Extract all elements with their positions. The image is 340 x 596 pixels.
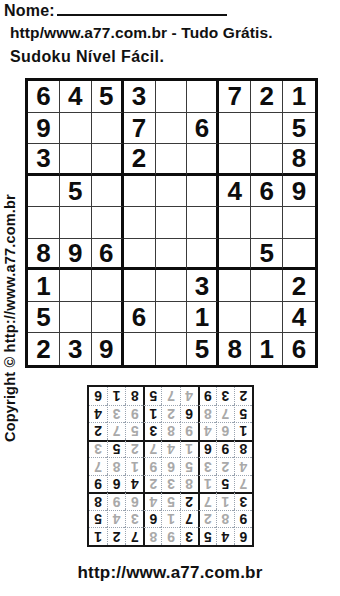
solution-cell-r3c7: 6 xyxy=(125,492,143,510)
puzzle-cell-r1c4: 3 xyxy=(124,81,156,113)
puzzle-cell-r2c5 xyxy=(156,113,188,145)
puzzle-cell-r8c4: 6 xyxy=(124,302,156,334)
puzzle-cell-r6c8: 5 xyxy=(251,239,283,271)
puzzle-cell-r5c4 xyxy=(124,207,156,239)
puzzle-cell-r7c5 xyxy=(156,270,188,302)
puzzle-cell-r8c8 xyxy=(251,302,283,334)
solution-cell-r5c6: 9 xyxy=(143,457,161,475)
puzzle-cell-r1c6 xyxy=(187,81,219,113)
solution-cell-r7c5: 8 xyxy=(161,422,179,440)
puzzle-cell-r6c3: 6 xyxy=(92,239,124,271)
puzzle-cell-r2c1: 9 xyxy=(28,113,60,145)
solution-cell-r4c9: 9 xyxy=(89,475,107,493)
solution-cell-r4c8: 6 xyxy=(107,475,125,493)
puzzle-cell-r9c1: 2 xyxy=(28,333,60,365)
puzzle-cell-r4c3 xyxy=(92,176,124,208)
solution-cell-r1c7: 7 xyxy=(125,527,143,545)
puzzle-cell-r6c6 xyxy=(187,239,219,271)
solution-cell-r2c4: 7 xyxy=(180,510,198,528)
name-label: Nome: xyxy=(4,2,55,19)
solution-cell-r7c2: 6 xyxy=(216,422,234,440)
puzzle-cell-r4c6 xyxy=(187,176,219,208)
solution-cell-r2c6: 6 xyxy=(143,510,161,528)
footer-url: http://www.a77.com.br xyxy=(0,563,340,583)
puzzle-cell-r3c6 xyxy=(187,144,219,176)
puzzle-cell-r3c2 xyxy=(60,144,92,176)
puzzle-cell-r5c6 xyxy=(187,207,219,239)
puzzle-cell-r2c7 xyxy=(219,113,251,145)
puzzle-cell-r6c4 xyxy=(124,239,156,271)
puzzle-cell-r2c9: 5 xyxy=(283,113,315,145)
puzzle-cell-r6c7 xyxy=(219,239,251,271)
solution-cell-r9c6: 5 xyxy=(143,387,161,405)
solution-cell-r7c7: 5 xyxy=(125,422,143,440)
puzzle-cell-r8c2 xyxy=(60,302,92,334)
solution-cell-r6c8: 5 xyxy=(107,440,125,458)
sudoku-print-sheet: Nome: http/www.a77.com.br - Tudo Grátis.… xyxy=(0,0,340,596)
solution-cell-r5c5: 6 xyxy=(161,457,179,475)
solution-cell-r6c4: 1 xyxy=(180,440,198,458)
puzzle-cell-r3c7 xyxy=(219,144,251,176)
solution-cell-r1c5: 9 xyxy=(161,527,179,545)
solution-cell-r3c8: 9 xyxy=(107,492,125,510)
puzzle-cell-r7c1: 1 xyxy=(28,270,60,302)
puzzle-cell-r4c8: 6 xyxy=(251,176,283,208)
solution-cell-r5c9: 7 xyxy=(89,457,107,475)
puzzle-cell-r2c3 xyxy=(92,113,124,145)
solution-cell-r8c1: 5 xyxy=(234,405,252,423)
solution-cell-r6c2: 9 xyxy=(216,440,234,458)
solution-cell-r7c8: 7 xyxy=(107,422,125,440)
solution-cell-r9c2: 3 xyxy=(216,387,234,405)
name-underline xyxy=(57,1,227,16)
puzzle-cell-r1c9: 1 xyxy=(283,81,315,113)
solution-cell-r1c3: 5 xyxy=(198,527,216,545)
solution-cell-r5c7: 1 xyxy=(125,457,143,475)
solution-cell-r2c9: 5 xyxy=(89,510,107,528)
puzzle-cell-r1c8: 2 xyxy=(251,81,283,113)
puzzle-cell-r1c3: 5 xyxy=(92,81,124,113)
puzzle-cell-r3c4: 2 xyxy=(124,144,156,176)
solution-cell-r9c5: 7 xyxy=(161,387,179,405)
puzzle-cell-r2c2 xyxy=(60,113,92,145)
puzzle-cell-r7c2 xyxy=(60,270,92,302)
solution-cell-r1c2: 4 xyxy=(216,527,234,545)
solution-cell-r6c9: 3 xyxy=(89,440,107,458)
solution-cell-r3c4: 2 xyxy=(180,492,198,510)
puzzle-cell-r5c5 xyxy=(156,207,188,239)
puzzle-cell-r8c5 xyxy=(156,302,188,334)
solution-cell-r5c8: 8 xyxy=(107,457,125,475)
solution-cell-r8c4: 6 xyxy=(180,405,198,423)
solution-cell-r2c1: 9 xyxy=(234,510,252,528)
puzzle-cell-r6c1: 8 xyxy=(28,239,60,271)
puzzle-cell-r5c8 xyxy=(251,207,283,239)
solution-cell-r8c5: 2 xyxy=(161,405,179,423)
puzzle-cell-r9c7: 8 xyxy=(219,333,251,365)
puzzle-cell-r1c7: 7 xyxy=(219,81,251,113)
solution-cell-r3c6: 4 xyxy=(143,492,161,510)
solution-cell-r4c4: 8 xyxy=(180,475,198,493)
solution-cell-r1c6: 8 xyxy=(143,527,161,545)
solution-cell-r4c5: 3 xyxy=(161,475,179,493)
solution-cell-r5c4: 5 xyxy=(180,457,198,475)
solution-cell-r4c3: 1 xyxy=(198,475,216,493)
puzzle-cell-r4c7: 4 xyxy=(219,176,251,208)
sudoku-solution-grid-rotated: 6453987219827163453172546987518324694235… xyxy=(87,385,254,547)
puzzle-cell-r5c1 xyxy=(28,207,60,239)
puzzle-cell-r8c7 xyxy=(219,302,251,334)
solution-cell-r6c3: 6 xyxy=(198,440,216,458)
solution-cell-r8c8: 3 xyxy=(107,405,125,423)
solution-cell-r5c3: 3 xyxy=(198,457,216,475)
solution-cell-r7c4: 9 xyxy=(180,422,198,440)
puzzle-cell-r7c7 xyxy=(219,270,251,302)
puzzle-cell-r8c3 xyxy=(92,302,124,334)
name-row: Nome: xyxy=(4,1,227,20)
puzzle-cell-r1c5 xyxy=(156,81,188,113)
solution-cell-r8c9: 4 xyxy=(89,405,107,423)
solution-cell-r2c2: 8 xyxy=(216,510,234,528)
solution-cell-r5c1: 4 xyxy=(234,457,252,475)
puzzle-cell-r9c2: 3 xyxy=(60,333,92,365)
copyright-vertical-text: Copyright © http://www.a77.com.br xyxy=(2,84,19,442)
solution-cell-r2c8: 4 xyxy=(107,510,125,528)
solution-cell-r2c5: 1 xyxy=(161,510,179,528)
puzzle-cell-r7c9: 2 xyxy=(283,270,315,302)
puzzle-cell-r9c6: 5 xyxy=(187,333,219,365)
solution-cell-r9c1: 2 xyxy=(234,387,252,405)
puzzle-cell-r5c3 xyxy=(92,207,124,239)
puzzle-cell-r3c3 xyxy=(92,144,124,176)
solution-cell-r2c3: 2 xyxy=(198,510,216,528)
solution-cell-r1c1: 6 xyxy=(234,527,252,545)
puzzle-cell-r7c3 xyxy=(92,270,124,302)
puzzle-cell-r3c8 xyxy=(251,144,283,176)
puzzle-cell-r5c2 xyxy=(60,207,92,239)
solution-cell-r1c4: 3 xyxy=(180,527,198,545)
solution-cell-r8c3: 8 xyxy=(198,405,216,423)
puzzle-cell-r2c6: 6 xyxy=(187,113,219,145)
puzzle-cell-r8c9: 4 xyxy=(283,302,315,334)
solution-cell-r9c4: 4 xyxy=(180,387,198,405)
solution-cell-r6c1: 8 xyxy=(234,440,252,458)
page-title: Sudoku Nível Fácil. xyxy=(10,48,164,66)
puzzle-cell-r5c9 xyxy=(283,207,315,239)
puzzle-cell-r8c1: 5 xyxy=(28,302,60,334)
solution-cell-r3c1: 3 xyxy=(234,492,252,510)
solution-cell-r1c9: 1 xyxy=(89,527,107,545)
puzzle-cell-r6c2: 9 xyxy=(60,239,92,271)
solution-cell-r7c9: 2 xyxy=(89,422,107,440)
puzzle-cell-r7c6: 3 xyxy=(187,270,219,302)
solution-cell-r4c1: 7 xyxy=(234,475,252,493)
solution-cell-r3c9: 8 xyxy=(89,492,107,510)
puzzle-cell-r4c9: 9 xyxy=(283,176,315,208)
solution-cell-r5c2: 2 xyxy=(216,457,234,475)
puzzle-cell-r6c9 xyxy=(283,239,315,271)
puzzle-cell-r9c3: 9 xyxy=(92,333,124,365)
solution-cell-r7c3: 4 xyxy=(198,422,216,440)
puzzle-cell-r2c4: 7 xyxy=(124,113,156,145)
puzzle-cell-r3c5 xyxy=(156,144,188,176)
solution-cell-r9c8: 1 xyxy=(107,387,125,405)
solution-cell-r7c6: 3 xyxy=(143,422,161,440)
puzzle-cell-r6c5 xyxy=(156,239,188,271)
solution-cell-r6c5: 4 xyxy=(161,440,179,458)
solution-cell-r9c7: 8 xyxy=(125,387,143,405)
puzzle-cell-r7c4 xyxy=(124,270,156,302)
sudoku-puzzle-grid: 645372197653285469896513256142395816 xyxy=(25,78,318,368)
solution-cell-r9c3: 9 xyxy=(198,387,216,405)
puzzle-cell-r5c7 xyxy=(219,207,251,239)
solution-cell-r3c3: 7 xyxy=(198,492,216,510)
puzzle-cell-r4c1 xyxy=(28,176,60,208)
solution-cell-r4c6: 2 xyxy=(143,475,161,493)
puzzle-cell-r4c4 xyxy=(124,176,156,208)
site-tagline: http/www.a77.com.br - Tudo Grátis. xyxy=(10,24,273,42)
solution-cell-r6c6: 7 xyxy=(143,440,161,458)
puzzle-cell-r3c9: 8 xyxy=(283,144,315,176)
solution-cell-r6c7: 2 xyxy=(125,440,143,458)
puzzle-cell-r8c6: 1 xyxy=(187,302,219,334)
solution-cell-r3c2: 1 xyxy=(216,492,234,510)
solution-cell-r8c6: 1 xyxy=(143,405,161,423)
solution-cell-r9c9: 6 xyxy=(89,387,107,405)
puzzle-cell-r1c2: 4 xyxy=(60,81,92,113)
solution-cell-r4c7: 4 xyxy=(125,475,143,493)
puzzle-cell-r3c1: 3 xyxy=(28,144,60,176)
solution-cell-r7c1: 1 xyxy=(234,422,252,440)
puzzle-cell-r9c8: 1 xyxy=(251,333,283,365)
puzzle-cell-r1c1: 6 xyxy=(28,81,60,113)
solution-cell-r1c8: 2 xyxy=(107,527,125,545)
puzzle-cell-r4c5 xyxy=(156,176,188,208)
puzzle-cell-r2c8 xyxy=(251,113,283,145)
solution-cell-r2c7: 3 xyxy=(125,510,143,528)
solution-cell-r4c2: 5 xyxy=(216,475,234,493)
solution-cell-r8c2: 7 xyxy=(216,405,234,423)
solution-cell-r3c5: 5 xyxy=(161,492,179,510)
puzzle-cell-r4c2: 5 xyxy=(60,176,92,208)
puzzle-cell-r9c5 xyxy=(156,333,188,365)
puzzle-cell-r7c8 xyxy=(251,270,283,302)
puzzle-cell-r9c9: 6 xyxy=(283,333,315,365)
solution-cell-r8c7: 9 xyxy=(125,405,143,423)
puzzle-cell-r9c4 xyxy=(124,333,156,365)
